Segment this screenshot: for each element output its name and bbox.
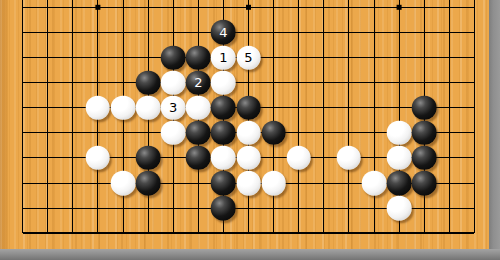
stone-white-c15r17 xyxy=(362,171,387,196)
stone-white-c9r13 xyxy=(211,70,236,95)
stone-white-c5r17 xyxy=(111,171,136,196)
move-number-label: 2 xyxy=(194,76,202,89)
stone-white-c9r16 xyxy=(211,146,236,171)
move-number-label: 4 xyxy=(219,26,227,39)
stone-black-move-2: 2 xyxy=(186,70,211,95)
stone-white-c5r14 xyxy=(111,95,136,120)
stone-white-c16r16 xyxy=(387,146,412,171)
stone-black-c9r14 xyxy=(211,95,236,120)
stone-white-move-5: 5 xyxy=(236,45,261,70)
stone-white-move-1: 1 xyxy=(211,45,236,70)
move-number-label: 5 xyxy=(244,51,252,64)
stone-white-c4r14 xyxy=(86,95,111,120)
stone-black-c6r17 xyxy=(136,171,161,196)
stone-black-c8r16 xyxy=(186,146,211,171)
stone-black-c16r17 xyxy=(387,171,412,196)
stone-white-c12r16 xyxy=(286,146,311,171)
stone-white-c14r16 xyxy=(337,146,362,171)
stone-white-c7r13 xyxy=(161,70,186,95)
stone-white-c6r14 xyxy=(136,95,161,120)
stone-white-c11r17 xyxy=(261,171,286,196)
stones-layer: 41523 xyxy=(0,0,489,249)
go-board-diagram: 41523 xyxy=(0,0,500,260)
stone-white-c4r16 xyxy=(86,146,111,171)
stone-white-c10r17 xyxy=(236,171,261,196)
stone-black-c17r15 xyxy=(412,121,437,146)
stone-black-c11r15 xyxy=(261,121,286,146)
stone-white-move-3: 3 xyxy=(161,95,186,120)
stone-black-c8r15 xyxy=(186,121,211,146)
move-number-label: 3 xyxy=(169,101,177,114)
move-number-label: 1 xyxy=(219,51,227,64)
stone-black-c8r12 xyxy=(186,45,211,70)
stone-black-c17r17 xyxy=(412,171,437,196)
stone-white-c7r15 xyxy=(161,121,186,146)
stone-white-c10r16 xyxy=(236,146,261,171)
board-shadow-right xyxy=(489,0,500,260)
go-board[interactable]: 41523 xyxy=(0,0,489,249)
stone-black-c7r12 xyxy=(161,45,186,70)
stone-black-c9r15 xyxy=(211,121,236,146)
board-shadow-bottom xyxy=(0,249,500,260)
stone-black-c17r16 xyxy=(412,146,437,171)
stone-black-c10r14 xyxy=(236,95,261,120)
stone-black-c17r14 xyxy=(412,95,437,120)
stone-black-c6r16 xyxy=(136,146,161,171)
stone-black-move-4: 4 xyxy=(211,20,236,45)
stone-white-c10r15 xyxy=(236,121,261,146)
stone-white-c8r14 xyxy=(186,95,211,120)
stone-black-c6r13 xyxy=(136,70,161,95)
stone-black-c9r17 xyxy=(211,171,236,196)
stone-black-c9r18 xyxy=(211,196,236,221)
stone-white-c16r18 xyxy=(387,196,412,221)
stone-white-c16r15 xyxy=(387,121,412,146)
